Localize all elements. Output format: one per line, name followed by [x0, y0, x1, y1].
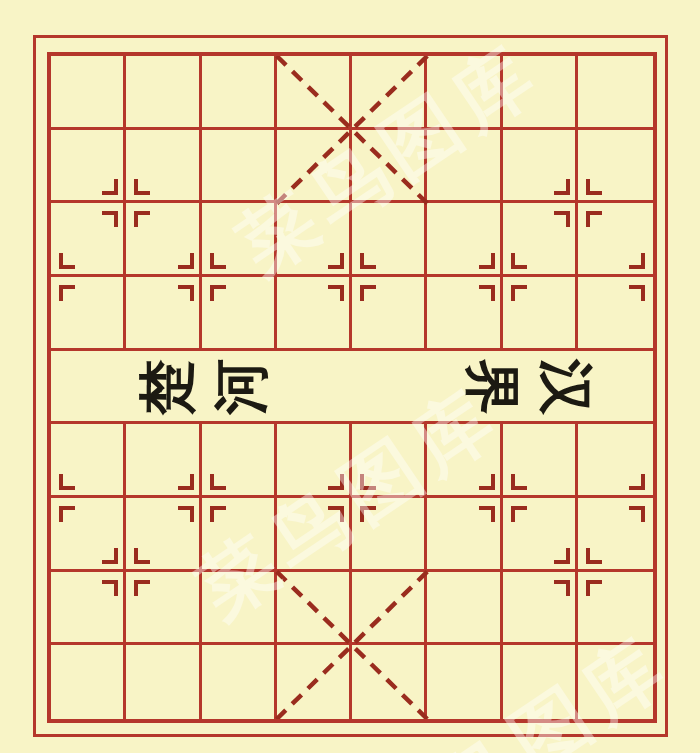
- board-cell[interactable]: [352, 203, 427, 277]
- board-cell[interactable]: [352, 277, 427, 351]
- board-cell[interactable]: [277, 645, 352, 719]
- board-cell[interactable]: [427, 203, 502, 277]
- board-cell[interactable]: [503, 498, 578, 572]
- board-cell[interactable]: [51, 645, 126, 719]
- board-cell[interactable]: [352, 572, 427, 646]
- board-cell[interactable]: [427, 498, 502, 572]
- board-cell[interactable]: [578, 498, 653, 572]
- board-cell[interactable]: [126, 498, 201, 572]
- board-cell[interactable]: [277, 572, 352, 646]
- board-cell[interactable]: [352, 351, 427, 425]
- board-cell[interactable]: [427, 130, 502, 204]
- board-cell[interactable]: [352, 56, 427, 130]
- board-cell[interactable]: [277, 277, 352, 351]
- board-cell[interactable]: [202, 130, 277, 204]
- board-cell[interactable]: [202, 56, 277, 130]
- board-cell[interactable]: [51, 277, 126, 351]
- board-cell[interactable]: [277, 498, 352, 572]
- board-cell[interactable]: [427, 277, 502, 351]
- board-cell[interactable]: [352, 645, 427, 719]
- board-cell[interactable]: [277, 351, 352, 425]
- xiangqi-board-image: 楚 河 界 汉 菜鸟图库 菜鸟图库 菜鸟图库: [0, 0, 700, 753]
- board-cell[interactable]: [503, 645, 578, 719]
- board-cell[interactable]: [578, 645, 653, 719]
- board-cell[interactable]: [51, 130, 126, 204]
- board-cell[interactable]: [427, 56, 502, 130]
- board-cell[interactable]: [352, 130, 427, 204]
- board-cell[interactable]: [126, 351, 201, 425]
- board-cell[interactable]: [578, 424, 653, 498]
- board-cell[interactable]: [202, 572, 277, 646]
- board-cell[interactable]: [202, 351, 277, 425]
- board-cell[interactable]: [503, 56, 578, 130]
- board-cell[interactable]: [51, 572, 126, 646]
- board-cell[interactable]: [277, 203, 352, 277]
- board-cell[interactable]: [202, 203, 277, 277]
- board-cell[interactable]: [202, 424, 277, 498]
- board-cell[interactable]: [126, 277, 201, 351]
- board-cell[interactable]: [277, 130, 352, 204]
- board-cell[interactable]: [277, 424, 352, 498]
- board-cell[interactable]: [578, 277, 653, 351]
- board-cell[interactable]: [427, 645, 502, 719]
- board-cell[interactable]: [503, 351, 578, 425]
- board-cell[interactable]: [352, 424, 427, 498]
- board-cell[interactable]: [202, 498, 277, 572]
- board-cell[interactable]: [578, 572, 653, 646]
- board-cell[interactable]: [503, 277, 578, 351]
- board-cell[interactable]: [126, 572, 201, 646]
- board-cell[interactable]: [126, 130, 201, 204]
- board-cell[interactable]: [51, 203, 126, 277]
- board-cell[interactable]: [503, 572, 578, 646]
- board-cell[interactable]: [578, 351, 653, 425]
- board-cell[interactable]: [578, 56, 653, 130]
- board-cell[interactable]: [126, 645, 201, 719]
- board-cell[interactable]: [578, 203, 653, 277]
- board-cell[interactable]: [277, 56, 352, 130]
- board-cell[interactable]: [503, 424, 578, 498]
- board-cell[interactable]: [126, 203, 201, 277]
- board-cell[interactable]: [503, 130, 578, 204]
- board-cell[interactable]: [51, 498, 126, 572]
- board-cell[interactable]: [51, 424, 126, 498]
- board-cell[interactable]: [202, 645, 277, 719]
- board-cell[interactable]: [503, 203, 578, 277]
- board-cell[interactable]: [126, 56, 201, 130]
- board-cell[interactable]: [51, 56, 126, 130]
- board-cell[interactable]: [427, 572, 502, 646]
- board-cell[interactable]: [427, 351, 502, 425]
- board-cell[interactable]: [352, 498, 427, 572]
- board-cell[interactable]: [427, 424, 502, 498]
- board-cell[interactable]: [126, 424, 201, 498]
- board-cell[interactable]: [578, 130, 653, 204]
- board-cell[interactable]: [202, 277, 277, 351]
- board-grid: [47, 52, 657, 723]
- board-cell[interactable]: [51, 351, 126, 425]
